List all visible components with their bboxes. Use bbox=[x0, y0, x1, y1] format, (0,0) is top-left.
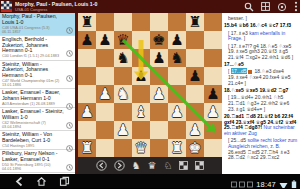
black-pawn: ♟ bbox=[152, 49, 165, 67]
game-title: Pillsbury, Harry Nelson - Lasker, Emanue… bbox=[2, 151, 64, 162]
notation-paragraph[interactable]: 18.♘xe5 ♕xe5 19.♕d2 ♖g7 bbox=[224, 88, 299, 94]
square-d2[interactable] bbox=[132, 121, 150, 139]
battery-icon bbox=[291, 180, 297, 189]
square-f6[interactable]: ♞ bbox=[168, 49, 186, 67]
notation-panel[interactable]: besser. ]15.b4 ♕b6 16.♘c4 ♕c7 17.f3[ 17.… bbox=[222, 13, 300, 174]
game-details: C54 Hastings 1895 bbox=[2, 144, 64, 148]
square-a1[interactable]: ♜ bbox=[78, 139, 96, 157]
square-d3[interactable]: ♝ bbox=[132, 103, 150, 121]
battery-slot bbox=[291, 176, 297, 189]
notation-paragraph[interactable]: [ 25...d5 sollte recht locker zum Ausgle… bbox=[224, 138, 299, 161]
white-rook: ♜ bbox=[170, 139, 183, 157]
square-e5[interactable] bbox=[150, 67, 168, 85]
home-icon[interactable] bbox=[36, 176, 47, 187]
black-rook: ♜ bbox=[188, 13, 201, 31]
engine-icon[interactable] bbox=[277, 2, 287, 12]
menu-icon[interactable] bbox=[294, 1, 298, 12]
clock-icon bbox=[66, 43, 73, 61]
android-system-bar: 18:47 bbox=[0, 174, 300, 188]
square-b8[interactable] bbox=[96, 13, 114, 31]
wifi-icon bbox=[279, 182, 288, 189]
square-d7[interactable] bbox=[132, 31, 150, 49]
square-b1[interactable] bbox=[96, 139, 114, 157]
game-list-item[interactable]: Lasker, Emanuel - Steinitz, William 1-0C… bbox=[0, 108, 75, 131]
square-f3[interactable]: ♟ bbox=[168, 103, 186, 121]
square-f8[interactable] bbox=[168, 13, 186, 31]
black-pawn: ♟ bbox=[170, 31, 183, 49]
wifi-slot bbox=[279, 176, 288, 189]
notation-main[interactable]: 18.♘xe5 ♕xe5 19.♕d2 ♖g7 bbox=[224, 87, 288, 93]
square-g2[interactable]: ♟ bbox=[186, 121, 204, 139]
white-knight-piece-icon[interactable]: ♘ bbox=[163, 161, 172, 171]
white-king: ♚ bbox=[188, 139, 201, 157]
square-a5[interactable] bbox=[78, 67, 96, 85]
square-h3[interactable]: ♟ bbox=[204, 103, 222, 121]
notif-icon bbox=[231, 181, 237, 188]
nav-buttons bbox=[14, 176, 70, 187]
board-toolbar: ♞♛♘ bbox=[78, 157, 222, 174]
notation-main[interactable]: 15.b4 ♕b6 16.♘c4 ♕c7 17.f3 bbox=[224, 22, 291, 28]
square-e4[interactable]: ♟ bbox=[150, 85, 168, 103]
square-f5[interactable] bbox=[168, 67, 186, 85]
game-title: Morphy, Paul - Paulsen, Louis 1-0 bbox=[2, 14, 64, 25]
square-g5[interactable]: ♟ bbox=[186, 67, 204, 85]
notation-var[interactable]: 26.exd5 ♖xd5 27.♖h4 ♗e3 28.♖d2 ♘xc2 29.♖… bbox=[228, 149, 290, 161]
square-c6[interactable]: ♞ bbox=[114, 49, 132, 67]
next-move-icon[interactable] bbox=[114, 160, 125, 171]
header-toolbar bbox=[244, 0, 298, 13]
square-e1[interactable] bbox=[150, 139, 168, 157]
notation-paragraph[interactable]: [ 17.♗e3 kam ebenfalls in Frage. ] bbox=[224, 31, 299, 42]
notation-var[interactable]: besser. ] bbox=[228, 15, 247, 21]
square-b7[interactable]: ♟ bbox=[96, 31, 114, 49]
recents-icon[interactable] bbox=[59, 176, 70, 187]
game-details: C48 USA-01 Congress (5.3) 06.11.1857 bbox=[2, 26, 64, 34]
square-c4[interactable]: ♞ bbox=[114, 85, 132, 103]
square-a3[interactable]: ♟ bbox=[78, 103, 96, 121]
game-details: C62 Weltmeisterschaft (7) 03.04.1894 bbox=[2, 121, 64, 129]
game-list-item[interactable]: Lasker, Emanuel - Bauer, Johann Hermann … bbox=[0, 89, 75, 108]
board-grid-2-icon[interactable] bbox=[195, 161, 204, 170]
black-queen: ♛ bbox=[116, 31, 129, 49]
black-pawn: ♟ bbox=[134, 67, 147, 85]
game-title: Englisch, Berthold - Zukertort, Johannes… bbox=[2, 37, 64, 54]
square-h7[interactable] bbox=[204, 31, 222, 49]
white-queen: ♛ bbox=[134, 139, 147, 157]
white-pawn: ♟ bbox=[188, 121, 201, 139]
prev-move-icon[interactable] bbox=[96, 160, 107, 171]
game-details: C47 World Championship 01m (2) 13.01.188… bbox=[2, 79, 64, 87]
notation-paragraph[interactable]: [ 17...d5 18.♘e3 dxe4 19.♗xe4 ♘xe4 20.fx… bbox=[224, 69, 299, 86]
board-icon[interactable] bbox=[261, 2, 270, 11]
clock-text: 18:47 bbox=[256, 180, 276, 188]
game-details: D50 St Petersburg 1895 (10) 04.01.1896 bbox=[2, 163, 64, 171]
square-b2[interactable] bbox=[96, 121, 114, 139]
game-details: A03 Amsterdam (1) 26.08.1889 bbox=[2, 102, 64, 106]
square-g7[interactable] bbox=[186, 31, 204, 49]
square-f2[interactable] bbox=[168, 121, 186, 139]
black-pawn: ♟ bbox=[98, 31, 111, 49]
square-e8[interactable] bbox=[150, 13, 168, 31]
game-list[interactable]: Morphy, Paul - Paulsen, Louis 1-0C48 USA… bbox=[0, 13, 75, 174]
square-h4[interactable]: ♟ bbox=[204, 85, 222, 103]
square-e3[interactable] bbox=[150, 103, 168, 121]
chessbase-logo-icon bbox=[1, 1, 12, 12]
square-b6[interactable] bbox=[96, 49, 114, 67]
square-g3[interactable] bbox=[186, 103, 204, 121]
black-pawn: ♟ bbox=[188, 67, 201, 85]
square-e7[interactable]: ♚ bbox=[150, 31, 168, 49]
game-list-item[interactable]: Steinitz, William - Zukertort, Johannes … bbox=[0, 61, 75, 90]
game-list-item[interactable]: Morphy, Paul - Paulsen, Louis 1-0C48 USA… bbox=[0, 13, 75, 36]
square-h2[interactable] bbox=[204, 121, 222, 139]
white-knight: ♞ bbox=[116, 85, 129, 103]
square-h5[interactable] bbox=[204, 67, 222, 85]
square-c5[interactable] bbox=[114, 67, 132, 85]
game-details: C00 London f1 (1.5.1) 29.04.1883 bbox=[2, 54, 64, 58]
square-h1[interactable] bbox=[204, 139, 222, 157]
notation-paragraph[interactable]: 20.♖ad1 ♖d8 21.♕f2 b6 22.f4 gxf4 23.♕xf4… bbox=[224, 114, 299, 137]
square-d6[interactable] bbox=[132, 49, 150, 67]
black-knight: ♞ bbox=[170, 49, 183, 67]
black-king: ♚ bbox=[152, 31, 165, 49]
notif-icon bbox=[247, 181, 253, 188]
notation-var[interactable]: ] bbox=[242, 35, 245, 41]
white-pawn: ♟ bbox=[206, 103, 219, 121]
square-a2[interactable] bbox=[78, 121, 96, 139]
notation-main[interactable]: 17...♘e5 bbox=[224, 61, 244, 67]
chess-board[interactable]: ♜♜♟♟♛♚♟♞♟♞♟♟♟♞♟♟♟♝♟♟♟♟♜♛♜♚ bbox=[78, 13, 222, 157]
clock-icon bbox=[66, 68, 73, 86]
square-h6[interactable] bbox=[204, 49, 222, 67]
white-pawn: ♟ bbox=[116, 121, 129, 139]
clock-icon bbox=[66, 157, 73, 174]
queen-piece-icon[interactable]: ♛ bbox=[148, 161, 157, 171]
notation-paragraph[interactable]: 15.b4 ♕b6 16.♘c4 ♕c7 17.f3 bbox=[224, 23, 299, 29]
status-cluster: 18:47 bbox=[231, 176, 297, 189]
square-b3[interactable] bbox=[96, 103, 114, 121]
black-rook: ♜ bbox=[80, 13, 93, 31]
notation-var[interactable]: [ 19...♕d4+ 20.♔h1 ♘h5 21.♖d1 ♘g3+ 22.♔h… bbox=[228, 94, 289, 111]
white-bishop: ♝ bbox=[134, 103, 147, 121]
square-g1[interactable]: ♚ bbox=[186, 139, 204, 157]
notif-icon bbox=[239, 181, 245, 188]
game-title: Steinitz, William - Zukertort, Johannes … bbox=[2, 62, 64, 79]
black-knight: ♞ bbox=[116, 49, 129, 67]
square-d5[interactable]: ♟ bbox=[132, 67, 150, 85]
square-c1[interactable] bbox=[114, 139, 132, 157]
white-pawn: ♟ bbox=[152, 85, 165, 103]
app-header: Morphy, Paul - Paulsen, Louis 1-0 USA-01… bbox=[0, 0, 300, 13]
square-d1[interactable]: ♛ bbox=[132, 139, 150, 157]
square-f4[interactable] bbox=[168, 85, 186, 103]
board-grid-icon[interactable] bbox=[179, 161, 188, 170]
notation-paragraph[interactable]: [ 17.♗e7!? g4 18.♘e5 ♘xe5 19.♗xe5 gxh3 2… bbox=[224, 44, 299, 61]
white-rook: ♜ bbox=[80, 139, 93, 157]
square-d8[interactable] bbox=[132, 13, 150, 31]
black-pawn: ♟ bbox=[80, 31, 93, 49]
square-g6[interactable] bbox=[186, 49, 204, 67]
game-list-item[interactable]: Englisch, Berthold - Zukertort, Johannes… bbox=[0, 36, 75, 60]
game-title: Lasker, Emanuel - Steinitz, William 1-0 bbox=[2, 109, 64, 120]
white-pawn: ♟ bbox=[170, 103, 183, 121]
notation-paragraph[interactable]: besser. ] bbox=[224, 16, 299, 22]
notation-paragraph[interactable]: [ 19...♕d4+ 20.♔h1 ♘h5 21.♖d1 ♘g3+ 22.♔h… bbox=[224, 95, 299, 112]
knight-piece-icon[interactable]: ♞ bbox=[132, 161, 141, 171]
notation-paragraph[interactable]: 17...♘e5 bbox=[224, 62, 299, 68]
square-c3[interactable] bbox=[114, 103, 132, 121]
square-c7[interactable]: ♛ bbox=[114, 31, 132, 49]
square-d4[interactable] bbox=[132, 85, 150, 103]
notification-icons bbox=[231, 181, 253, 188]
square-h8[interactable] bbox=[204, 13, 222, 31]
square-a8[interactable]: ♜ bbox=[78, 13, 96, 31]
square-g8[interactable]: ♜ bbox=[186, 13, 204, 31]
square-a7[interactable]: ♟ bbox=[78, 31, 96, 49]
square-f1[interactable]: ♜ bbox=[168, 139, 186, 157]
square-g4[interactable] bbox=[186, 85, 204, 103]
square-b5[interactable] bbox=[96, 67, 114, 85]
game-list-item[interactable]: Steinitz, William - Von Bardeleben, Curt… bbox=[0, 131, 75, 150]
square-e2[interactable] bbox=[150, 121, 168, 139]
game-title: Lasker, Emanuel - Bauer, Johann Hermann … bbox=[2, 90, 64, 101]
app-window: Morphy, Paul - Paulsen, Louis 1-0 USA-01… bbox=[0, 0, 300, 188]
back-icon[interactable] bbox=[14, 176, 24, 187]
square-c8[interactable] bbox=[114, 13, 132, 31]
search-icon[interactable] bbox=[244, 2, 254, 12]
black-pawn: ♟ bbox=[206, 85, 219, 103]
square-a4[interactable] bbox=[78, 85, 96, 103]
notation-var[interactable]: [ 17.♗e7!? g4 18.♘e5 ♘xe5 19.♗xe5 gxh3 2… bbox=[228, 43, 293, 60]
square-f7[interactable]: ♟ bbox=[168, 31, 186, 49]
square-a6[interactable] bbox=[78, 49, 96, 67]
white-pawn: ♟ bbox=[80, 103, 93, 121]
header-event-subtitle: USA-01 Congress bbox=[15, 7, 47, 12]
game-list-item[interactable]: Pillsbury, Harry Nelson - Lasker, Emanue… bbox=[0, 150, 75, 173]
white-pawn: ♟ bbox=[98, 85, 111, 103]
square-b4[interactable]: ♟ bbox=[96, 85, 114, 103]
game-title: Steinitz, William - Von Bardeleben, Curt… bbox=[2, 132, 64, 143]
square-e6[interactable]: ♟ bbox=[150, 49, 168, 67]
square-c2[interactable]: ♟ bbox=[114, 121, 132, 139]
